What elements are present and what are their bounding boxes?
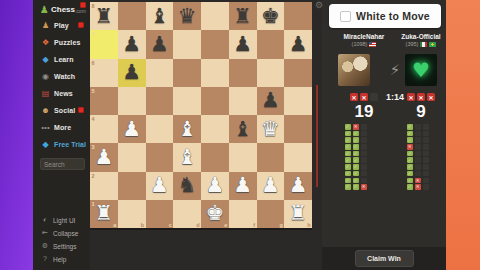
square-b8[interactable] [118,2,146,30]
white-rook-a1: ♜ [90,200,118,228]
player1-info: MiracleNahar (1098) [336,33,392,47]
life-lost-icon: ✕ [350,93,358,101]
black-pawn-h7: ♟ [284,30,312,58]
sidebar-item-label: Play [54,22,69,29]
gear-icon: ⚙ [40,242,50,250]
panel-gear-icon[interactable]: ⚙ [315,0,323,10]
lightning-bolt-icon: ⚡ [386,59,404,81]
win-cell: ✓ [353,137,359,143]
black-pawn-g5: ♟ [257,87,285,115]
square-a1[interactable]: 1a♜ [90,200,118,228]
more-icon: ••• [40,123,51,132]
sidebar-item-puzzles[interactable]: ❖Puzzles [40,37,88,48]
life-empty-icon [370,93,378,101]
loss-cell: ✕ [407,144,413,150]
win-cell: ✓ [345,144,351,150]
empty-cell [415,164,421,170]
overlay-orange-strip [446,0,480,270]
empty-cell [415,131,421,137]
empty-cell [415,124,421,130]
win-cell: ✓ [407,184,413,190]
player2-score: 9 [398,102,444,122]
life-lost-icon: ✕ [417,93,425,101]
us-flag-icon [369,42,376,47]
empty-cell [361,164,367,170]
square-f6[interactable] [229,59,257,87]
empty-cell [361,157,367,163]
square-h2[interactable]: ♟ [284,172,312,200]
empty-cell [361,124,367,130]
square-e6[interactable] [201,59,229,87]
black-pawn-c7: ♟ [146,30,174,58]
square-e1[interactable]: e♚ [201,200,229,228]
win-cell: ✓ [353,144,359,150]
game-panel: ⚙ White to Move MiracleNahar (1098) Zuka… [322,0,446,270]
win-cell: ✓ [353,171,359,177]
player2-rating: (395) [398,41,444,47]
square-g5[interactable]: ♟ [257,87,285,115]
square-c8[interactable]: ♝ [146,2,174,30]
white-pawn-a3: ♟ [90,143,118,171]
black-pawn-b6: ♟ [118,59,146,87]
player2-avatar: ♥ [405,54,437,86]
square-b4[interactable]: ♟ [118,115,146,143]
player1-name: MiracleNahar [336,33,392,40]
sidebar-item-label: Help [53,256,66,263]
square-a3[interactable]: 3♟ [90,143,118,171]
chesscom-logo[interactable]: ♟ Chess .com [40,3,88,16]
empty-cell [423,184,429,190]
news-icon: ▤ [40,89,51,98]
win-cell: ✓ [407,124,413,130]
white-square-icon [340,11,351,22]
square-c5[interactable] [146,87,174,115]
player1-winloss-grid: ✓✕✓✓✓✓✓✓✓✓✓✓✓✓✓✓✓✓✓✓✕ [345,124,367,190]
white-pawn-b4: ♟ [118,115,146,143]
player1-rating: (1098) [336,41,392,47]
empty-cell [423,131,429,137]
square-f8[interactable]: ♜ [229,2,257,30]
black-pawn-f7: ♟ [229,30,257,58]
square-b3[interactable] [118,143,146,171]
notification-badge [78,107,84,113]
sidebar-item-label: Collapse [53,230,78,237]
empty-cell [423,164,429,170]
square-b7[interactable]: ♟ [118,30,146,58]
win-cell: ✓ [345,164,351,170]
square-h8[interactable] [284,2,312,30]
stream-overlay-stage: ♟ Chess .com ♟Play❖Puzzles◆Learn◉Watch▤N… [0,0,480,270]
square-d6[interactable] [173,59,201,87]
overlay-purple-strip [0,0,33,270]
loss-cell: ✕ [415,184,421,190]
player1-avatar [338,54,370,86]
sidebar-item-settings[interactable]: ⚙Settings [40,242,88,250]
black-bishop-f4: ♝ [229,115,257,143]
win-cell: ✓ [345,124,351,130]
white-pawn-h2: ♟ [284,172,312,200]
square-d1[interactable]: d [173,200,201,228]
square-c4[interactable] [146,115,174,143]
square-h4[interactable] [284,115,312,143]
win-cell: ✓ [345,157,351,163]
win-cell: ✓ [353,164,359,170]
black-knight-d2: ♞ [173,172,201,200]
square-g2[interactable]: ♟ [257,172,285,200]
sidebar-item-label: Settings [53,243,77,250]
empty-cell [361,137,367,143]
side-to-move-banner: White to Move [329,4,441,28]
player1-lives: ✕✕ [350,93,378,101]
square-f2[interactable]: ♟ [229,172,257,200]
square-c7[interactable]: ♟ [146,30,174,58]
square-a2[interactable]: 2 [90,172,118,200]
white-rook-h1: ♜ [284,200,312,228]
light-ui-icon: ◐ [40,216,50,224]
square-d7[interactable] [173,30,201,58]
win-cell: ✓ [353,151,359,157]
square-e7[interactable] [201,30,229,58]
sidebar-item-watch[interactable]: ◉Watch [40,71,88,82]
sidebar-item-label: Watch [54,73,75,80]
win-cell: ✓ [407,137,413,143]
win-cell: ✓ [353,184,359,190]
sidebar-item-label: Learn [54,56,74,63]
player2-lives: ✕✕✕ [407,93,435,101]
black-rook-a8: ♜ [90,2,118,30]
empty-cell [361,171,367,177]
square-b1[interactable]: b [118,200,146,228]
square-f1[interactable]: f [229,200,257,228]
square-e4[interactable] [201,115,229,143]
black-queen-d8: ♛ [173,2,201,30]
square-e8[interactable] [201,2,229,30]
empty-cell [423,157,429,163]
square-c3[interactable] [146,143,174,171]
player2-winloss-grid: ✓✓✓✕✓✓✓✓✓✕✓✕ [407,124,429,190]
empty-cell [415,151,421,157]
sidebar-item-label: Puzzles [54,39,80,46]
square-f3[interactable] [229,143,257,171]
empty-cell [423,144,429,150]
collapse-icon: ⇤ [40,229,50,237]
square-a6[interactable]: 6 [90,59,118,87]
watch-icon: ◉ [40,72,51,81]
rank-label: 5 [92,88,95,94]
side-to-move-label: White to Move [356,10,430,22]
loss-cell: ✕ [415,178,421,184]
win-cell: ✓ [345,131,351,137]
win-cell: ✓ [407,157,413,163]
sidebar-item-label: Social [54,107,75,114]
win-cell: ✓ [353,157,359,163]
win-cell: ✓ [345,178,351,184]
square-f5[interactable] [229,87,257,115]
sidebar-utilities: ◐Light UI⇤Collapse⚙Settings?Help [40,216,88,263]
green-heart-icon: ♥ [405,54,437,86]
diamond-icon: ◆ [40,140,51,149]
win-cell: ✓ [407,164,413,170]
sidebar-item-social[interactable]: ☻Social [40,105,88,116]
empty-cell [423,171,429,177]
panel-footer: Claim Win [322,247,446,270]
empty-cell [423,124,429,130]
win-cell: ✓ [353,131,359,137]
square-d3[interactable]: ♝ [173,143,201,171]
white-pawn-c2: ♟ [146,172,174,200]
win-cell: ✓ [345,184,351,190]
square-g6[interactable] [257,59,285,87]
win-cell: ✓ [407,131,413,137]
square-h5[interactable] [284,87,312,115]
empty-cell [415,157,421,163]
sidebar-nav: ♟Play❖Puzzles◆Learn◉Watch▤News☻Social•••… [40,20,88,150]
white-pawn-f2: ♟ [229,172,257,200]
square-a4[interactable]: 4 [90,115,118,143]
sidebar-item-label: News [54,90,73,97]
win-cell: ✓ [345,151,351,157]
overlay-red-line [316,85,318,187]
sidebar-item-more[interactable]: •••More [40,122,88,133]
white-bishop-d4: ♝ [173,115,201,143]
win-cell: ✓ [407,151,413,157]
sidebar-item-free-trial[interactable]: ◆Free Trial [40,139,88,150]
white-pawn-g2: ♟ [257,172,285,200]
sidebar-item-light-ui[interactable]: ◐Light UI [40,216,88,224]
square-h3[interactable] [284,143,312,171]
square-a8[interactable]: 8♜ [90,2,118,30]
sidebar-item-news[interactable]: ▤News [40,88,88,99]
empty-cell [423,151,429,157]
square-h7[interactable]: ♟ [284,30,312,58]
square-f7[interactable]: ♟ [229,30,257,58]
white-king-e1: ♚ [201,200,229,228]
file-label: f [253,222,255,228]
black-bishop-c8: ♝ [146,2,174,30]
empty-cell [415,137,421,143]
empty-cell [361,151,367,157]
puzzles-icon: ❖ [40,38,51,47]
black-king-g8: ♚ [257,2,285,30]
sidebar-item-help[interactable]: ?Help [40,255,88,263]
loss-cell: ✕ [361,184,367,190]
square-f4[interactable]: ♝ [229,115,257,143]
square-g8[interactable]: ♚ [257,2,285,30]
player1-score: 19 [336,102,392,122]
file-label: g [279,222,282,228]
square-d5[interactable] [173,87,201,115]
loss-cell: ✕ [353,124,359,130]
file-label: c [169,222,172,228]
sidebar: ♟ Chess .com ♟Play❖Puzzles◆Learn◉Watch▤N… [33,0,90,270]
square-e2[interactable]: ♟ [201,172,229,200]
square-c2[interactable]: ♟ [146,172,174,200]
square-g3[interactable] [257,143,285,171]
help-icon: ? [40,255,50,263]
life-lost-icon: ✕ [407,93,415,101]
square-g7[interactable] [257,30,285,58]
file-label: b [141,222,144,228]
win-cell: ✓ [407,171,413,177]
sidebar-item-collapse[interactable]: ⇤Collapse [40,229,88,237]
empty-cell [361,178,367,184]
square-e3[interactable] [201,143,229,171]
win-cell: ✓ [353,178,359,184]
notification-badge [78,22,84,28]
search-input[interactable] [40,158,85,170]
square-g4[interactable]: ♛ [257,115,285,143]
file-label: d [196,222,199,228]
claim-win-button[interactable]: Claim Win [355,250,414,267]
empty-cell [423,178,429,184]
empty-cell [361,131,367,137]
learn-icon: ◆ [40,55,51,64]
brazil-flag-icon [429,42,436,47]
sidebar-item-learn[interactable]: ◆Learn [40,54,88,65]
life-lost-icon: ✕ [427,93,435,101]
square-g1[interactable]: g [257,200,285,228]
square-a7[interactable]: 7 [90,30,118,58]
win-cell: ✓ [407,178,413,184]
logo-brand: Chess [51,5,75,14]
rank-label: 4 [92,116,95,122]
white-queen-g4: ♛ [257,115,285,143]
rank-label: 6 [92,60,95,66]
square-b2[interactable] [118,172,146,200]
square-b5[interactable] [118,87,146,115]
sidebar-item-label: More [54,124,71,131]
chess-board: 8♜♝♛♜♚7♟♟♟♟6♟5♟4♟♝♝♛3♟♝2♟♞♟♟♟♟1a♜bcde♚fg… [90,2,312,230]
rank-label: 2 [92,173,95,179]
black-pawn-b7: ♟ [118,30,146,58]
mexico-flag-icon [420,42,427,47]
square-c6[interactable] [146,59,174,87]
square-e5[interactable] [201,87,229,115]
empty-cell [415,171,421,177]
empty-cell [423,137,429,143]
black-rook-f8: ♜ [229,2,257,30]
empty-cell [361,144,367,150]
social-icon: ☻ [40,106,51,115]
sidebar-item-label: Free Trial [54,141,86,148]
logo-tld: .com [75,8,86,14]
square-d2[interactable]: ♞ [173,172,201,200]
life-lost-icon: ✕ [360,93,368,101]
empty-cell [415,144,421,150]
player2-name: Zuka-Official [398,33,444,40]
win-cell: ✓ [345,171,351,177]
pawn-logo-icon: ♟ [40,5,49,15]
square-h1[interactable]: h♜ [284,200,312,228]
notification-badge [80,2,86,8]
win-cell: ✓ [345,137,351,143]
square-a5[interactable]: 5 [90,87,118,115]
white-pawn-e2: ♟ [201,172,229,200]
sidebar-item-label: Light UI [53,217,75,224]
player2-info: Zuka-Official (395) [398,33,444,47]
sidebar-item-play[interactable]: ♟Play [40,20,88,31]
square-h6[interactable] [284,59,312,87]
square-d4[interactable]: ♝ [173,115,201,143]
square-d8[interactable]: ♛ [173,2,201,30]
square-b6[interactable]: ♟ [118,59,146,87]
square-c1[interactable]: c [146,200,174,228]
rank-label: 7 [92,31,95,37]
play-pawn-icon: ♟ [40,21,51,30]
white-bishop-d3: ♝ [173,143,201,171]
